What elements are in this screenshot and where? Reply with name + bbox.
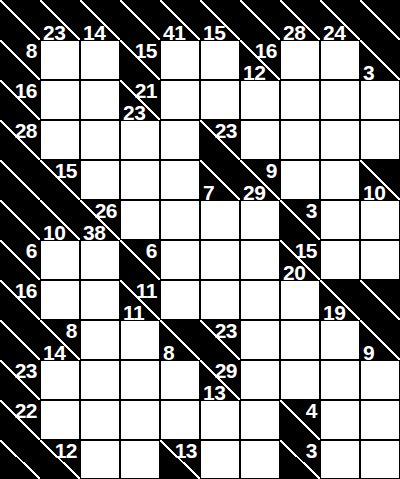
clue-r9c5: 2913 [200,360,240,400]
clue-r10c0: 22 [0,400,40,440]
across-clue: 15 [295,240,317,261]
across-clue: 15 [135,40,157,61]
cell-r11c8[interactable] [320,440,360,479]
across-clue: 13 [175,440,197,461]
cell-r7c4[interactable] [160,280,200,320]
cell-r3c4[interactable] [160,120,200,160]
cell-r10c8[interactable] [320,400,360,440]
cell-r11c5[interactable] [200,440,240,479]
cell-r2c1[interactable] [40,80,80,120]
cell-r11c9[interactable] [360,440,400,479]
clue-r0c7: 28 [280,0,320,40]
clue-r7c0: 16 [0,280,40,320]
block-r11c0 [0,440,40,479]
clue-r8c9: 9 [360,320,400,360]
kakuro-board: 2314411528248151612316212328231579291010… [0,0,400,479]
cell-r11c6[interactable] [240,440,280,479]
clue-r5c7: 3 [280,200,320,240]
clue-r4c5: 7 [200,160,240,200]
cell-r4c7[interactable] [280,160,320,200]
clue-r1c3: 15 [120,40,160,80]
cell-r10c5[interactable] [200,400,240,440]
clue-r0c8: 24 [320,0,360,40]
cell-r3c3[interactable] [120,120,160,160]
cell-r9c6[interactable] [240,360,280,400]
cell-r7c1[interactable] [40,280,80,320]
cell-r2c8[interactable] [320,80,360,120]
clue-r1c0: 8 [0,40,40,80]
cell-r1c1[interactable] [40,40,80,80]
cell-r3c1[interactable] [40,120,80,160]
cell-r2c6[interactable] [240,80,280,120]
clue-r8c1: 814 [40,320,80,360]
clue-r3c5: 23 [200,120,240,160]
cell-r8c2[interactable] [80,320,120,360]
cell-r6c9[interactable] [360,240,400,280]
cell-r9c3[interactable] [120,360,160,400]
clue-r6c3: 6 [120,240,160,280]
clue-r0c1: 23 [40,0,80,40]
across-clue: 22 [15,400,37,421]
clue-r2c0: 16 [0,80,40,120]
across-clue: 6 [26,240,37,261]
cell-r5c4[interactable] [160,200,200,240]
across-clue: 26 [95,200,117,221]
cell-r3c6[interactable] [240,120,280,160]
cell-r7c7[interactable] [280,280,320,320]
cell-r1c2[interactable] [80,40,120,80]
clue-r11c1: 12 [40,440,80,479]
block-r7c9 [360,280,400,320]
across-clue: 8 [66,320,77,341]
across-clue: 21 [135,80,157,101]
clue-r4c6: 929 [240,160,280,200]
cell-r7c2[interactable] [80,280,120,320]
cell-r6c8[interactable] [320,240,360,280]
clue-r9c0: 23 [0,360,40,400]
clue-r5c2: 2638 [80,200,120,240]
clue-r11c4: 13 [160,440,200,479]
block-r0c3 [120,0,160,40]
across-clue: 16 [255,40,277,61]
cell-r3c9[interactable] [360,120,400,160]
cell-r3c7[interactable] [280,120,320,160]
block-r0c6 [240,0,280,40]
clue-r2c3: 2123 [120,80,160,120]
clue-r0c5: 15 [200,0,240,40]
cell-r8c7[interactable] [280,320,320,360]
cell-r1c8[interactable] [320,40,360,80]
across-clue: 16 [15,80,37,101]
cell-r3c2[interactable] [80,120,120,160]
across-clue: 3 [306,440,317,461]
across-clue: 11 [136,280,157,301]
cell-r11c3[interactable] [120,440,160,479]
across-clue: 4 [306,400,317,421]
clue-r7c8: 19 [320,280,360,320]
clue-r0c4: 41 [160,0,200,40]
block-r4c0 [0,160,40,200]
cell-r10c4[interactable] [160,400,200,440]
across-clue: 23 [215,320,237,341]
block-r8c0 [0,320,40,360]
clue-r3c0: 28 [0,120,40,160]
across-clue: 29 [215,360,237,381]
across-clue: 6 [146,240,157,261]
cell-r3c8[interactable] [320,120,360,160]
cell-r5c5[interactable] [200,200,240,240]
cell-r6c2[interactable] [80,240,120,280]
across-clue: 23 [15,360,37,381]
clue-r4c1: 15 [40,160,80,200]
clue-r11c7: 3 [280,440,320,479]
cell-r8c6[interactable] [240,320,280,360]
block-r0c0 [0,0,40,40]
cell-r6c4[interactable] [160,240,200,280]
cell-r4c3[interactable] [120,160,160,200]
cell-r4c8[interactable] [320,160,360,200]
cell-r1c5[interactable] [200,40,240,80]
across-clue: 16 [15,280,37,301]
cell-r4c4[interactable] [160,160,200,200]
across-clue: 28 [15,120,37,141]
cell-r1c4[interactable] [160,40,200,80]
cell-r2c5[interactable] [200,80,240,120]
cell-r9c2[interactable] [80,360,120,400]
cell-r9c1[interactable] [40,360,80,400]
cell-r9c7[interactable] [280,360,320,400]
cell-r9c9[interactable] [360,360,400,400]
across-clue: 8 [26,40,37,61]
cell-r1c7[interactable] [280,40,320,80]
clue-r6c0: 6 [0,240,40,280]
cell-r10c2[interactable] [80,400,120,440]
clue-r4c9: 10 [360,160,400,200]
cell-r2c9[interactable] [360,80,400,120]
across-clue: 15 [55,160,77,181]
cell-r8c3[interactable] [120,320,160,360]
across-clue: 12 [55,440,77,461]
cell-r6c5[interactable] [200,240,240,280]
clue-r8c4: 8 [160,320,200,360]
clue-r5c1: 10 [40,200,80,240]
clue-r0c2: 14 [80,0,120,40]
cell-r10c9[interactable] [360,400,400,440]
clue-r1c9: 3 [360,40,400,80]
cell-r7c6[interactable] [240,280,280,320]
cell-r2c7[interactable] [280,80,320,120]
block-r5c0 [0,200,40,240]
cell-r9c8[interactable] [320,360,360,400]
cell-r5c3[interactable] [120,200,160,240]
cell-r2c4[interactable] [160,80,200,120]
cell-r7c5[interactable] [200,280,240,320]
cell-r10c6[interactable] [240,400,280,440]
across-clue: 9 [266,160,277,181]
across-clue: 3 [306,200,317,221]
across-clue: 23 [215,120,237,141]
block-r0c9 [360,0,400,40]
cell-r11c2[interactable] [80,440,120,479]
cell-r10c3[interactable] [120,400,160,440]
clue-r7c3: 1111 [120,280,160,320]
clue-r10c7: 4 [280,400,320,440]
cell-r4c2[interactable] [80,160,120,200]
cell-r5c9[interactable] [360,200,400,240]
cell-r5c6[interactable] [240,200,280,240]
cell-r5c8[interactable] [320,200,360,240]
cell-r6c1[interactable] [40,240,80,280]
clue-r8c5: 23 [200,320,240,360]
clue-r6c7: 1520 [280,240,320,280]
cell-r2c2[interactable] [80,80,120,120]
cell-r8c8[interactable] [320,320,360,360]
cell-r9c4[interactable] [160,360,200,400]
cell-r6c6[interactable] [240,240,280,280]
cell-r10c1[interactable] [40,400,80,440]
clue-r1c6: 1612 [240,40,280,80]
